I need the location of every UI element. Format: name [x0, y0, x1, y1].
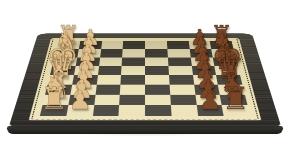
piece-bP-a7[interactable]: ♟ [198, 88, 221, 114]
chess-set-photo: ♜♟♟♜♞♟♟♞♝♟♟♝♚♟♟♚♛♟♟♛♝♟♟♝♞♟♟♞♜♟♟♜ [0, 0, 290, 144]
pieces-layer: ♜♟♟♜♞♟♟♞♝♟♟♝♚♟♟♚♛♟♟♛♝♟♟♝♞♟♟♞♜♟♟♜ [0, 0, 290, 144]
piece-wP-a2[interactable]: ♟ [68, 88, 91, 114]
piece-bR-a8[interactable]: ♜ [222, 84, 249, 115]
piece-wR-a1[interactable]: ♜ [40, 84, 67, 115]
